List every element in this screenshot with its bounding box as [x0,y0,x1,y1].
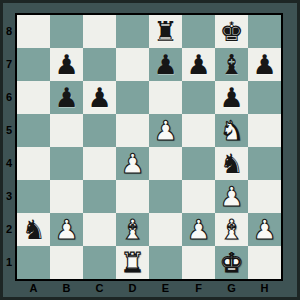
piece-black-pawn[interactable]: ♟ [50,81,83,114]
square-e4[interactable] [149,147,182,180]
piece-black-pawn[interactable]: ♟ [215,81,248,114]
square-h2[interactable]: ♟ [248,213,281,246]
square-c2[interactable] [83,213,116,246]
piece-black-rook[interactable]: ♜ [149,15,182,48]
square-b6[interactable]: ♟ [50,81,83,114]
square-c7[interactable] [83,48,116,81]
square-b7[interactable]: ♟ [50,48,83,81]
rank-label: 7 [3,48,15,81]
square-f1[interactable] [182,246,215,279]
square-f6[interactable] [182,81,215,114]
rank-label: 6 [3,81,15,114]
square-h4[interactable] [248,147,281,180]
square-d1[interactable]: ♜ [116,246,149,279]
file-labels: ABCDEFGH [17,279,285,297]
piece-black-bishop[interactable]: ♝ [215,48,248,81]
piece-white-pawn[interactable]: ♟ [182,213,215,246]
piece-white-bishop[interactable]: ♝ [116,213,149,246]
square-a6[interactable] [17,81,50,114]
rank-label: 5 [3,114,15,147]
square-h7[interactable]: ♟ [248,48,281,81]
piece-white-pawn[interactable]: ♟ [248,213,281,246]
square-d3[interactable] [116,180,149,213]
file-label: G [215,279,248,297]
file-label: B [50,279,83,297]
square-a2[interactable]: ♞ [17,213,50,246]
square-c5[interactable] [83,114,116,147]
square-f4[interactable] [182,147,215,180]
square-e5[interactable]: ♟ [149,114,182,147]
square-c8[interactable] [83,15,116,48]
piece-white-bishop[interactable]: ♝ [215,213,248,246]
piece-white-knight[interactable]: ♞ [215,114,248,147]
piece-black-pawn[interactable]: ♟ [149,48,182,81]
square-d7[interactable] [116,48,149,81]
square-e7[interactable]: ♟ [149,48,182,81]
square-b4[interactable] [50,147,83,180]
chess-board: ♜♚♟♟♟♝♟♟♟♟♟♞♟♞♟♞♟♝♟♝♟♜♚ [15,13,283,281]
piece-black-pawn[interactable]: ♟ [182,48,215,81]
square-d5[interactable] [116,114,149,147]
piece-white-pawn[interactable]: ♟ [149,114,182,147]
square-e8[interactable]: ♜ [149,15,182,48]
piece-white-king[interactable]: ♚ [215,246,248,279]
square-a4[interactable] [17,147,50,180]
square-e2[interactable] [149,213,182,246]
square-e3[interactable] [149,180,182,213]
piece-white-rook[interactable]: ♜ [116,246,149,279]
square-e6[interactable] [149,81,182,114]
piece-white-pawn[interactable]: ♟ [50,213,83,246]
square-c4[interactable] [83,147,116,180]
square-d6[interactable] [116,81,149,114]
square-a7[interactable] [17,48,50,81]
square-c1[interactable] [83,246,116,279]
square-g7[interactable]: ♝ [215,48,248,81]
piece-black-pawn[interactable]: ♟ [50,48,83,81]
file-label: E [149,279,182,297]
square-a5[interactable] [17,114,50,147]
square-g6[interactable]: ♟ [215,81,248,114]
piece-black-knight[interactable]: ♞ [17,213,50,246]
square-b2[interactable]: ♟ [50,213,83,246]
piece-white-pawn[interactable]: ♟ [215,180,248,213]
piece-black-knight[interactable]: ♞ [215,147,248,180]
square-a1[interactable] [17,246,50,279]
file-label: A [17,279,50,297]
square-b8[interactable] [50,15,83,48]
square-d8[interactable] [116,15,149,48]
square-b1[interactable] [50,246,83,279]
square-a3[interactable] [17,180,50,213]
square-b5[interactable] [50,114,83,147]
square-g8[interactable]: ♚ [215,15,248,48]
file-label: F [182,279,215,297]
square-c6[interactable]: ♟ [83,81,116,114]
square-g2[interactable]: ♝ [215,213,248,246]
piece-black-pawn[interactable]: ♟ [83,81,116,114]
rank-label: 8 [3,15,15,48]
piece-white-pawn[interactable]: ♟ [116,147,149,180]
square-f7[interactable]: ♟ [182,48,215,81]
square-d2[interactable]: ♝ [116,213,149,246]
square-f8[interactable] [182,15,215,48]
square-f2[interactable]: ♟ [182,213,215,246]
square-f5[interactable] [182,114,215,147]
piece-black-king[interactable]: ♚ [215,15,248,48]
square-d4[interactable]: ♟ [116,147,149,180]
square-e1[interactable] [149,246,182,279]
file-label: D [116,279,149,297]
rank-label: 1 [3,246,15,279]
square-c3[interactable] [83,180,116,213]
rank-label: 2 [3,213,15,246]
file-label: H [248,279,281,297]
square-a8[interactable] [17,15,50,48]
square-g3[interactable]: ♟ [215,180,248,213]
chessboard-widget: 87654321 ♜♚♟♟♟♝♟♟♟♟♟♞♟♞♟♞♟♝♟♝♟♜♚ ABCDEFG… [0,0,300,300]
square-h1[interactable] [248,246,281,279]
square-h8[interactable] [248,15,281,48]
rank-labels: 87654321 [3,15,15,279]
square-h6[interactable] [248,81,281,114]
file-label: C [83,279,116,297]
square-g1[interactable]: ♚ [215,246,248,279]
square-b3[interactable] [50,180,83,213]
piece-black-pawn[interactable]: ♟ [248,48,281,81]
square-f3[interactable] [182,180,215,213]
square-h5[interactable] [248,114,281,147]
square-g5[interactable]: ♞ [215,114,248,147]
rank-label: 3 [3,180,15,213]
square-g4[interactable]: ♞ [215,147,248,180]
rank-label: 4 [3,147,15,180]
square-h3[interactable] [248,180,281,213]
